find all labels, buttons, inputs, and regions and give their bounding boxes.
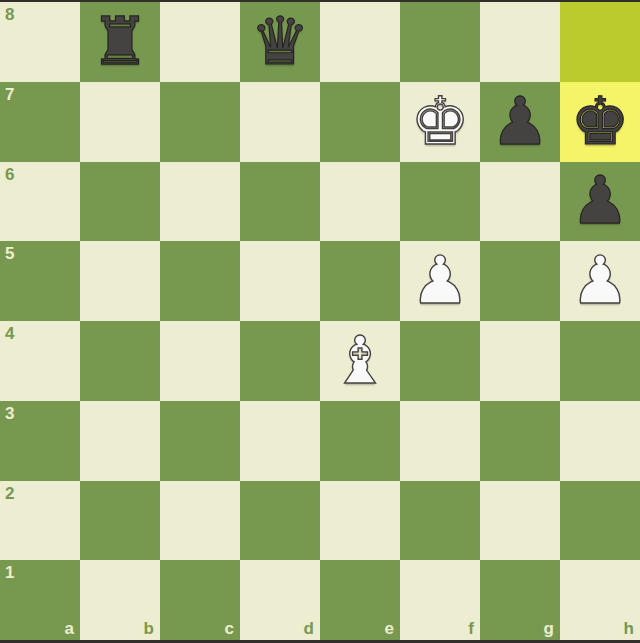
square-b4[interactable]	[80, 321, 160, 401]
square-c3[interactable]	[160, 401, 240, 481]
square-a3[interactable]: 3	[0, 401, 80, 481]
board-frame: 8♜♛7♚♟♚6♟5♟♟4♝321abcdefgh	[0, 0, 640, 643]
file-label-a: a	[65, 620, 74, 637]
square-b8[interactable]: ♜	[80, 2, 160, 82]
square-g1[interactable]: g	[480, 560, 560, 640]
square-d1[interactable]: d	[240, 560, 320, 640]
file-label-g: g	[544, 620, 554, 637]
square-d2[interactable]	[240, 481, 320, 561]
square-a8[interactable]: 8	[0, 2, 80, 82]
piece-black-king[interactable]: ♚	[560, 82, 640, 162]
square-d4[interactable]	[240, 321, 320, 401]
square-g6[interactable]	[480, 162, 560, 242]
square-c1[interactable]: c	[160, 560, 240, 640]
square-h8[interactable]	[560, 2, 640, 82]
square-e3[interactable]	[320, 401, 400, 481]
file-label-e: e	[385, 620, 394, 637]
square-f4[interactable]	[400, 321, 480, 401]
rank-label-4: 4	[5, 325, 14, 342]
square-b1[interactable]: b	[80, 560, 160, 640]
piece-black-rook[interactable]: ♜	[80, 2, 160, 82]
square-f3[interactable]	[400, 401, 480, 481]
file-label-c: c	[225, 620, 234, 637]
file-label-f: f	[468, 620, 474, 637]
square-e7[interactable]	[320, 82, 400, 162]
square-g4[interactable]	[480, 321, 560, 401]
square-h6[interactable]: ♟	[560, 162, 640, 242]
square-g7[interactable]: ♟	[480, 82, 560, 162]
square-a2[interactable]: 2	[0, 481, 80, 561]
square-h1[interactable]: h	[560, 560, 640, 640]
rank-label-6: 6	[5, 166, 14, 183]
rank-label-7: 7	[5, 86, 14, 103]
square-a1[interactable]: 1a	[0, 560, 80, 640]
square-c7[interactable]	[160, 82, 240, 162]
piece-white-king[interactable]: ♚	[400, 82, 480, 162]
square-h2[interactable]	[560, 481, 640, 561]
square-f2[interactable]	[400, 481, 480, 561]
square-c4[interactable]	[160, 321, 240, 401]
square-b2[interactable]	[80, 481, 160, 561]
rank-label-1: 1	[5, 564, 14, 581]
square-a6[interactable]: 6	[0, 162, 80, 242]
square-h5[interactable]: ♟	[560, 241, 640, 321]
square-f6[interactable]	[400, 162, 480, 242]
square-d6[interactable]	[240, 162, 320, 242]
file-label-b: b	[144, 620, 154, 637]
square-d3[interactable]	[240, 401, 320, 481]
square-g8[interactable]	[480, 2, 560, 82]
square-g5[interactable]	[480, 241, 560, 321]
square-b7[interactable]	[80, 82, 160, 162]
square-e1[interactable]: e	[320, 560, 400, 640]
square-e2[interactable]	[320, 481, 400, 561]
rank-label-5: 5	[5, 245, 14, 262]
square-b6[interactable]	[80, 162, 160, 242]
square-h4[interactable]	[560, 321, 640, 401]
piece-black-pawn[interactable]: ♟	[480, 82, 560, 162]
square-f7[interactable]: ♚	[400, 82, 480, 162]
square-f5[interactable]: ♟	[400, 241, 480, 321]
rank-label-2: 2	[5, 485, 14, 502]
square-a7[interactable]: 7	[0, 82, 80, 162]
square-g2[interactable]	[480, 481, 560, 561]
square-e4[interactable]: ♝	[320, 321, 400, 401]
square-b3[interactable]	[80, 401, 160, 481]
rank-label-8: 8	[5, 6, 14, 23]
square-d5[interactable]	[240, 241, 320, 321]
piece-white-pawn[interactable]: ♟	[400, 241, 480, 321]
square-e8[interactable]	[320, 2, 400, 82]
square-c6[interactable]	[160, 162, 240, 242]
file-label-d: d	[304, 620, 314, 637]
square-h3[interactable]	[560, 401, 640, 481]
square-h7[interactable]: ♚	[560, 82, 640, 162]
square-c2[interactable]	[160, 481, 240, 561]
square-a4[interactable]: 4	[0, 321, 80, 401]
square-c5[interactable]	[160, 241, 240, 321]
square-c8[interactable]	[160, 2, 240, 82]
square-f8[interactable]	[400, 2, 480, 82]
square-a5[interactable]: 5	[0, 241, 80, 321]
square-d7[interactable]	[240, 82, 320, 162]
square-g3[interactable]	[480, 401, 560, 481]
square-e6[interactable]	[320, 162, 400, 242]
square-d8[interactable]: ♛	[240, 2, 320, 82]
rank-label-3: 3	[5, 405, 14, 422]
square-f1[interactable]: f	[400, 560, 480, 640]
chess-board: 8♜♛7♚♟♚6♟5♟♟4♝321abcdefgh	[0, 2, 640, 640]
piece-black-queen[interactable]: ♛	[240, 2, 320, 82]
square-b5[interactable]	[80, 241, 160, 321]
piece-black-pawn[interactable]: ♟	[560, 162, 640, 242]
piece-white-pawn[interactable]: ♟	[560, 241, 640, 321]
file-label-h: h	[624, 620, 634, 637]
piece-white-bishop[interactable]: ♝	[320, 321, 400, 401]
square-e5[interactable]	[320, 241, 400, 321]
